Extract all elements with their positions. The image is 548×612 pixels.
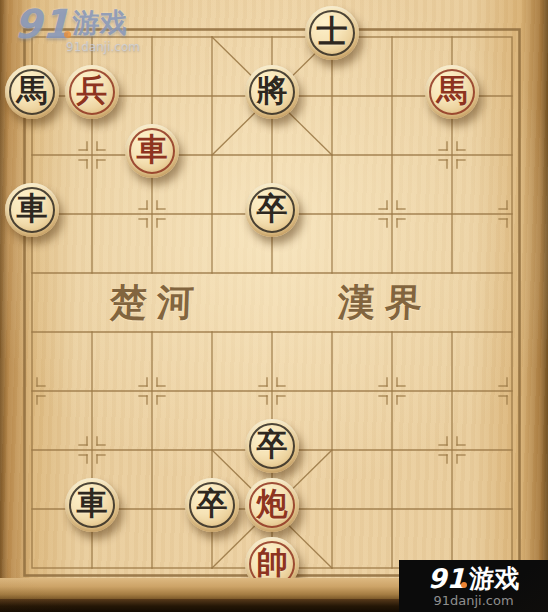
black-advisor-f0-glyph: 士 xyxy=(317,16,348,47)
piece-black-horse-a1[interactable]: 馬 xyxy=(5,65,59,119)
watermark-bottom-right: 91游戏 91danji.com xyxy=(399,560,548,612)
piece-black-chariot-b8[interactable]: 車 xyxy=(65,478,119,532)
red-general-e9-glyph: 帥 xyxy=(257,547,288,578)
xiangqi-game-screen: 楚河 漢界 士馬兵將馬車車卒卒車卒炮帥 91游戏 91danji.com 91游… xyxy=(0,0,548,612)
piece-black-pawn-e3[interactable]: 卒 xyxy=(245,183,299,237)
red-pawn-b1-glyph: 兵 xyxy=(77,75,108,106)
piece-red-horse-h1[interactable]: 馬 xyxy=(425,65,479,119)
watermark-logo-text: 游戏 xyxy=(469,564,519,593)
piece-red-chariot-c2[interactable]: 車 xyxy=(125,124,179,178)
black-pawn-e3-glyph: 卒 xyxy=(257,193,288,224)
piece-black-advisor-f0[interactable]: 士 xyxy=(305,6,359,60)
piece-black-chariot-a3[interactable]: 車 xyxy=(5,183,59,237)
piece-red-cannon-e8[interactable]: 炮 xyxy=(245,478,299,532)
board-surface[interactable]: 士馬兵將馬車車卒卒車卒炮帥 xyxy=(2,8,542,598)
red-chariot-c2-glyph: 車 xyxy=(137,134,168,165)
red-horse-h1-glyph: 馬 xyxy=(437,75,468,106)
piece-black-pawn-e7[interactable]: 卒 xyxy=(245,419,299,473)
black-chariot-a3-glyph: 車 xyxy=(17,193,48,224)
red-cannon-e8-glyph: 炮 xyxy=(257,488,288,519)
black-pawn-e7-glyph: 卒 xyxy=(257,429,288,460)
piece-black-general-e1[interactable]: 將 xyxy=(245,65,299,119)
watermark-site-url: 91danji.com xyxy=(399,593,548,608)
piece-black-pawn-d8[interactable]: 卒 xyxy=(185,478,239,532)
logo-dot-icon xyxy=(461,582,467,588)
black-chariot-b8-glyph: 車 xyxy=(77,488,108,519)
piece-red-pawn-b1[interactable]: 兵 xyxy=(65,65,119,119)
black-general-e1-glyph: 將 xyxy=(257,75,288,106)
watermark-logo-number: 91 xyxy=(428,563,466,594)
black-horse-a1-glyph: 馬 xyxy=(17,75,48,106)
black-pawn-d8-glyph: 卒 xyxy=(197,488,228,519)
